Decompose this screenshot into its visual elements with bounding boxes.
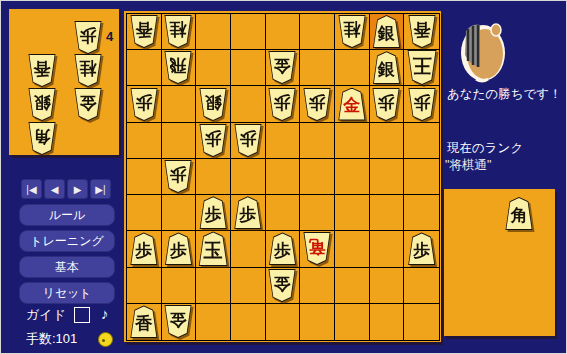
board-cell[interactable]: 桂 — [162, 14, 197, 50]
board-cell[interactable]: 香 — [127, 14, 162, 50]
board-cell[interactable]: 王 — [404, 50, 439, 86]
board-cell[interactable] — [370, 159, 405, 195]
board-cell[interactable] — [335, 268, 370, 304]
board-cell[interactable]: 銀 — [196, 86, 231, 122]
sente-piece-玉[interactable]: 玉 — [197, 231, 229, 266]
board-cell[interactable]: 歩 — [300, 86, 335, 122]
sente-captured-tray: 角 — [444, 189, 555, 336]
gote-piece-歩[interactable]: 歩 — [407, 88, 437, 121]
result-message: あなたの勝ちです！ — [447, 86, 562, 103]
hamster-back-icon — [456, 17, 508, 83]
shogi-board-grid: 香桂桂銀香飛金銀王歩銀歩歩金歩歩歩歩歩歩歩歩歩玉歩竜歩金香金 — [126, 13, 440, 341]
guide-row: ガイド — [26, 306, 90, 324]
gote-piece-歩[interactable]: 歩 — [371, 88, 401, 121]
gote-pawn-count: 4 — [106, 29, 113, 44]
guide-label: ガイド — [26, 306, 66, 324]
board-cell[interactable] — [127, 159, 162, 195]
board-cell[interactable] — [196, 50, 231, 86]
board-cell[interactable] — [300, 14, 335, 50]
move-counter: 手数:101 — [26, 330, 77, 348]
board-cell[interactable] — [300, 304, 335, 340]
board-cell[interactable] — [335, 123, 370, 159]
gote-piece-飛[interactable]: 飛 — [163, 51, 193, 84]
board-cell[interactable]: 銀 — [370, 14, 405, 50]
board-cell[interactable] — [370, 195, 405, 231]
board-cell[interactable]: 飛 — [162, 50, 197, 86]
gote-piece-歩[interactable]: 歩 — [198, 124, 228, 157]
board-cell[interactable] — [404, 159, 439, 195]
board-cell[interactable] — [370, 123, 405, 159]
gote-piece-歩[interactable]: 歩 — [163, 160, 193, 193]
gote-piece-歩[interactable]: 歩 — [73, 21, 103, 54]
board-cell[interactable] — [231, 268, 266, 304]
sente-piece-歩[interactable]: 歩 — [163, 232, 193, 265]
board-cell[interactable] — [162, 86, 197, 122]
board-cell[interactable]: 金 — [335, 86, 370, 122]
gote-piece-銀[interactable]: 銀 — [198, 88, 228, 121]
board-cell[interactable] — [231, 50, 266, 86]
yellow-ball-icon[interactable] — [98, 332, 113, 347]
board-cell[interactable] — [300, 123, 335, 159]
board-cell[interactable] — [266, 159, 301, 195]
board-cell[interactable]: 歩 — [162, 231, 197, 267]
board-cell[interactable] — [335, 159, 370, 195]
training-button[interactable]: トレーニング — [19, 230, 115, 252]
gote-piece-香[interactable]: 香 — [129, 15, 159, 48]
music-note-icon[interactable]: ♪ — [101, 305, 109, 322]
board-cell[interactable] — [127, 50, 162, 86]
board-cell[interactable]: 桂 — [335, 14, 370, 50]
board-cell[interactable] — [335, 231, 370, 267]
board-cell[interactable]: 歩 — [231, 123, 266, 159]
nav-next-button[interactable]: ▶ — [67, 179, 88, 199]
board-cell[interactable]: 香 — [404, 14, 439, 50]
board-cell[interactable]: 歩 — [127, 231, 162, 267]
board-cell[interactable] — [335, 50, 370, 86]
sente-piece-歩[interactable]: 歩 — [407, 232, 437, 265]
gote-piece-香[interactable]: 香 — [407, 15, 437, 48]
board-cell[interactable] — [404, 123, 439, 159]
gote-piece-歩[interactable]: 歩 — [233, 124, 263, 157]
board-cell[interactable] — [127, 195, 162, 231]
board-cell[interactable] — [231, 14, 266, 50]
board-cell[interactable] — [300, 195, 335, 231]
gote-piece-王[interactable]: 王 — [406, 50, 438, 85]
sente-piece-歩[interactable]: 歩 — [267, 232, 297, 265]
gote-piece-角[interactable]: 角 — [27, 122, 57, 155]
rank-value: "将棋通" — [445, 157, 491, 174]
gote-piece-香[interactable]: 香 — [27, 54, 57, 87]
board-cell[interactable] — [231, 231, 266, 267]
board-cell[interactable] — [335, 195, 370, 231]
sente-piece-銀[interactable]: 銀 — [371, 15, 401, 48]
rules-button[interactable]: ルール — [19, 204, 115, 226]
gote-piece-歩[interactable]: 歩 — [302, 88, 332, 121]
board-cell[interactable] — [266, 123, 301, 159]
gote-piece-桂[interactable]: 桂 — [73, 54, 103, 87]
board-cell[interactable] — [335, 304, 370, 340]
board-cell[interactable] — [300, 159, 335, 195]
board-cell[interactable] — [162, 195, 197, 231]
board-cell[interactable]: 金 — [266, 268, 301, 304]
board-cell[interactable] — [370, 304, 405, 340]
board-cell[interactable]: 歩 — [266, 231, 301, 267]
gote-piece-金[interactable]: 金 — [73, 88, 103, 121]
gote-captured-tray: 歩4香桂銀金角 — [9, 9, 119, 155]
hamshogi-window: 歩4香桂銀金角 香桂桂銀香飛金銀王歩銀歩歩金歩歩歩歩歩歩歩歩歩玉歩竜歩金香金 |… — [0, 0, 567, 354]
sente-piece-角[interactable]: 角 — [504, 197, 534, 230]
nav-last-button[interactable]: ▶| — [90, 179, 111, 199]
gote-piece-金[interactable]: 金 — [267, 51, 297, 84]
sente-piece-香[interactable]: 香 — [129, 305, 159, 338]
sente-piece-金[interactable]: 金 — [337, 88, 367, 121]
sente-piece-歩[interactable]: 歩 — [198, 196, 228, 229]
nav-prev-button[interactable]: ◀ — [44, 179, 65, 199]
board-cell[interactable] — [196, 159, 231, 195]
board-cell[interactable]: 歩 — [404, 231, 439, 267]
board-cell[interactable]: 香 — [127, 304, 162, 340]
basic-button[interactable]: 基本 — [19, 256, 115, 278]
board-cell[interactable]: 金 — [266, 50, 301, 86]
board-cell[interactable]: 玉 — [196, 231, 231, 267]
board-cell[interactable] — [300, 268, 335, 304]
gote-piece-金[interactable]: 金 — [267, 269, 297, 302]
board-cell[interactable]: 歩 — [370, 86, 405, 122]
board-cell[interactable] — [370, 231, 405, 267]
board-cell[interactable]: 歩 — [231, 195, 266, 231]
board-cell[interactable] — [370, 268, 405, 304]
guide-checkbox[interactable] — [74, 307, 90, 323]
nav-first-button[interactable]: |◀ — [21, 179, 42, 199]
board-cell[interactable] — [266, 195, 301, 231]
gote-piece-竜[interactable]: 竜 — [302, 232, 332, 265]
gote-piece-銀[interactable]: 銀 — [27, 88, 57, 121]
board-cell[interactable] — [231, 304, 266, 340]
board-cell[interactable] — [127, 123, 162, 159]
board-cell[interactable]: 歩 — [404, 86, 439, 122]
board-cell[interactable] — [162, 268, 197, 304]
gote-piece-歩[interactable]: 歩 — [129, 88, 159, 121]
gote-piece-桂[interactable]: 桂 — [163, 15, 193, 48]
board-cell[interactable]: 竜 — [300, 231, 335, 267]
sente-piece-銀[interactable]: 銀 — [371, 51, 401, 84]
board-cell[interactable] — [231, 159, 266, 195]
shogi-board: 香桂桂銀香飛金銀王歩銀歩歩金歩歩歩歩歩歩歩歩歩玉歩竜歩金香金 — [124, 11, 441, 342]
board-cell[interactable] — [404, 304, 439, 340]
board-cell[interactable] — [127, 268, 162, 304]
board-cell[interactable]: 歩 — [196, 123, 231, 159]
gote-piece-金[interactable]: 金 — [163, 305, 193, 338]
rank-label: 現在のランク — [447, 140, 523, 157]
board-cell[interactable] — [231, 86, 266, 122]
board-cell[interactable]: 歩 — [127, 86, 162, 122]
board-cell[interactable] — [196, 268, 231, 304]
gote-piece-桂[interactable]: 桂 — [337, 15, 367, 48]
board-cell[interactable] — [404, 268, 439, 304]
board-cell[interactable]: 歩 — [196, 195, 231, 231]
board-cell[interactable] — [300, 50, 335, 86]
gote-piece-歩[interactable]: 歩 — [267, 88, 297, 121]
sente-piece-歩[interactable]: 歩 — [233, 196, 263, 229]
board-cell[interactable]: 銀 — [370, 50, 405, 86]
board-cell[interactable] — [196, 14, 231, 50]
board-cell[interactable] — [266, 304, 301, 340]
board-cell[interactable] — [196, 304, 231, 340]
board-cell[interactable] — [266, 14, 301, 50]
reset-button[interactable]: リセット — [19, 282, 115, 304]
board-cell[interactable] — [404, 195, 439, 231]
board-cell[interactable]: 歩 — [266, 86, 301, 122]
board-cell[interactable]: 金 — [162, 304, 197, 340]
sente-piece-歩[interactable]: 歩 — [129, 232, 159, 265]
board-cell[interactable] — [162, 123, 197, 159]
board-cell[interactable]: 歩 — [162, 159, 197, 195]
